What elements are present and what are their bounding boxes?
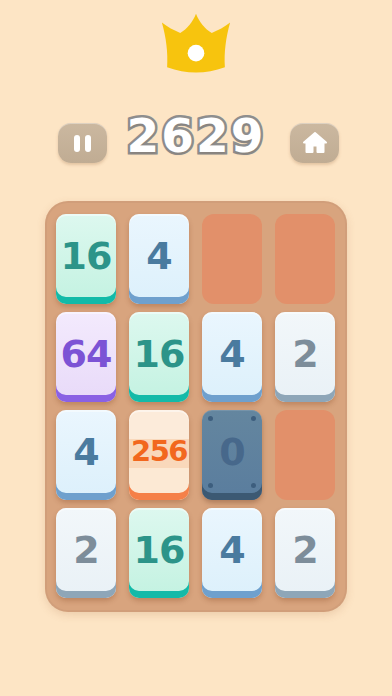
game-screen: 2629 1646416424256021642 [0,0,392,696]
tile-value: 0 [219,433,244,471]
tile-value: 4 [219,531,244,569]
tile-value: 256 [131,437,187,466]
tile-value: 4 [146,237,171,275]
tile-value: 16 [134,335,185,373]
home-icon [302,131,328,155]
crown-icon [152,12,240,75]
rivet-icon [208,416,213,421]
tile-value: 64 [61,335,112,373]
tile-4: 4 [202,508,262,598]
empty-cell [202,214,262,304]
tile-256: 256 [129,410,189,500]
tile-16: 16 [129,312,189,402]
tile-64: 64 [56,312,116,402]
tile-16: 16 [56,214,116,304]
tile-value: 16 [61,237,112,275]
tile-value: 4 [73,433,98,471]
tile-16: 16 [129,508,189,598]
rivet-icon [251,483,256,488]
tile-2: 2 [56,508,116,598]
tile-value: 2 [292,531,317,569]
tile-value: 16 [134,531,185,569]
home-button[interactable] [290,123,339,163]
tile-value: 4 [219,335,244,373]
tile-4: 4 [129,214,189,304]
empty-cell [275,214,335,304]
tile-4: 4 [56,410,116,500]
tile-4: 4 [202,312,262,402]
rivet-icon [208,483,213,488]
tile-2: 2 [275,508,335,598]
empty-cell [275,410,335,500]
board[interactable]: 1646416424256021642 [45,201,347,612]
tile-value: 2 [292,335,317,373]
rivet-icon [251,416,256,421]
tile-0: 0 [202,410,262,500]
tile-value: 2 [73,531,98,569]
tile-2: 2 [275,312,335,402]
